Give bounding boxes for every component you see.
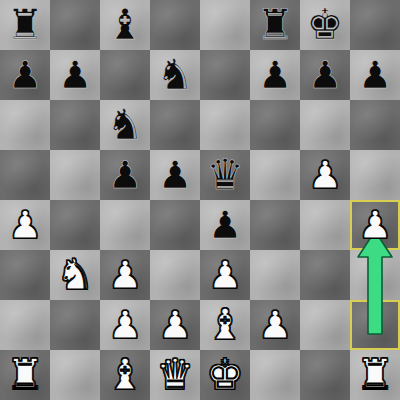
square-f4[interactable]	[250, 200, 300, 250]
square-d5[interactable]: ♟	[150, 150, 200, 200]
square-a5[interactable]	[0, 150, 50, 200]
square-b4[interactable]	[50, 200, 100, 250]
chess-board: ♜♝♜♚♟♟♞♟♟♟♞♟♟♛♟♟♟♟♞♟♟♟♟♝♟♜♝♛♚♜	[0, 0, 400, 400]
white-pawn-a4[interactable]: ♟	[8, 200, 42, 250]
square-h7[interactable]: ♟	[350, 50, 400, 100]
square-e6[interactable]	[200, 100, 250, 150]
square-a7[interactable]: ♟	[0, 50, 50, 100]
black-pawn-g7[interactable]: ♟	[308, 50, 342, 100]
square-g1[interactable]	[300, 350, 350, 400]
square-c1[interactable]: ♝	[100, 350, 150, 400]
square-c2[interactable]: ♟	[100, 300, 150, 350]
black-knight-c6[interactable]: ♞	[106, 100, 144, 150]
square-a2[interactable]	[0, 300, 50, 350]
square-f7[interactable]: ♟	[250, 50, 300, 100]
square-d8[interactable]	[150, 0, 200, 50]
square-g6[interactable]	[300, 100, 350, 150]
white-pawn-h4[interactable]: ♟	[358, 200, 392, 250]
square-e7[interactable]	[200, 50, 250, 100]
white-bishop-c1[interactable]: ♝	[106, 350, 144, 400]
square-a8[interactable]: ♜	[0, 0, 50, 50]
square-g2[interactable]	[300, 300, 350, 350]
square-f6[interactable]	[250, 100, 300, 150]
square-h4[interactable]: ♟	[350, 200, 400, 250]
square-b5[interactable]	[50, 150, 100, 200]
square-b6[interactable]	[50, 100, 100, 150]
square-e5[interactable]: ♛	[200, 150, 250, 200]
square-g5[interactable]: ♟	[300, 150, 350, 200]
square-f2[interactable]: ♟	[250, 300, 300, 350]
square-c4[interactable]	[100, 200, 150, 250]
white-king-e1[interactable]: ♚	[206, 350, 244, 400]
square-h3[interactable]	[350, 250, 400, 300]
square-c7[interactable]	[100, 50, 150, 100]
white-pawn-c2[interactable]: ♟	[108, 300, 142, 350]
black-pawn-c5[interactable]: ♟	[108, 150, 142, 200]
square-d7[interactable]: ♞	[150, 50, 200, 100]
square-d6[interactable]	[150, 100, 200, 150]
black-knight-d7[interactable]: ♞	[156, 50, 194, 100]
square-a3[interactable]	[0, 250, 50, 300]
square-e1[interactable]: ♚	[200, 350, 250, 400]
black-pawn-h7[interactable]: ♟	[358, 50, 392, 100]
square-f1[interactable]	[250, 350, 300, 400]
black-pawn-a7[interactable]: ♟	[8, 50, 42, 100]
square-c3[interactable]: ♟	[100, 250, 150, 300]
black-rook-f8[interactable]: ♜	[256, 0, 294, 50]
chess-board-wrapper: ♜♝♜♚♟♟♞♟♟♟♞♟♟♛♟♟♟♟♞♟♟♟♟♝♟♜♝♛♚♜	[0, 0, 400, 400]
black-pawn-f7[interactable]: ♟	[258, 50, 292, 100]
square-b3[interactable]: ♞	[50, 250, 100, 300]
square-c6[interactable]: ♞	[100, 100, 150, 150]
square-g8[interactable]: ♚	[300, 0, 350, 50]
square-a4[interactable]: ♟	[0, 200, 50, 250]
square-d2[interactable]: ♟	[150, 300, 200, 350]
white-pawn-g5[interactable]: ♟	[308, 150, 342, 200]
square-h6[interactable]	[350, 100, 400, 150]
square-h1[interactable]: ♜	[350, 350, 400, 400]
square-c8[interactable]: ♝	[100, 0, 150, 50]
black-pawn-b7[interactable]: ♟	[58, 50, 92, 100]
square-h8[interactable]	[350, 0, 400, 50]
square-f5[interactable]	[250, 150, 300, 200]
white-rook-a1[interactable]: ♜	[6, 350, 44, 400]
square-d4[interactable]	[150, 200, 200, 250]
black-king-g8[interactable]: ♚	[306, 0, 344, 50]
white-pawn-d2[interactable]: ♟	[158, 300, 192, 350]
black-pawn-d5[interactable]: ♟	[158, 150, 192, 200]
square-f3[interactable]	[250, 250, 300, 300]
square-b7[interactable]: ♟	[50, 50, 100, 100]
black-bishop-c8[interactable]: ♝	[106, 0, 144, 50]
square-e3[interactable]: ♟	[200, 250, 250, 300]
square-b8[interactable]	[50, 0, 100, 50]
square-g3[interactable]	[300, 250, 350, 300]
square-e8[interactable]	[200, 0, 250, 50]
square-f8[interactable]: ♜	[250, 0, 300, 50]
square-d1[interactable]: ♛	[150, 350, 200, 400]
square-e4[interactable]: ♟	[200, 200, 250, 250]
white-pawn-e3[interactable]: ♟	[208, 250, 242, 300]
square-c5[interactable]: ♟	[100, 150, 150, 200]
white-bishop-e2[interactable]: ♝	[206, 300, 244, 350]
white-pawn-f2[interactable]: ♟	[258, 300, 292, 350]
white-knight-b3[interactable]: ♞	[56, 250, 94, 300]
square-h2[interactable]	[350, 300, 400, 350]
black-pawn-e4[interactable]: ♟	[208, 200, 242, 250]
square-b1[interactable]	[50, 350, 100, 400]
square-g7[interactable]: ♟	[300, 50, 350, 100]
square-b2[interactable]	[50, 300, 100, 350]
square-g4[interactable]	[300, 200, 350, 250]
square-a1[interactable]: ♜	[0, 350, 50, 400]
white-rook-h1[interactable]: ♜	[356, 350, 394, 400]
square-h5[interactable]	[350, 150, 400, 200]
white-queen-d1[interactable]: ♛	[156, 350, 194, 400]
black-rook-a8[interactable]: ♜	[6, 0, 44, 50]
black-queen-e5[interactable]: ♛	[206, 150, 244, 200]
square-e2[interactable]: ♝	[200, 300, 250, 350]
white-pawn-c3[interactable]: ♟	[108, 250, 142, 300]
square-d3[interactable]	[150, 250, 200, 300]
square-a6[interactable]	[0, 100, 50, 150]
